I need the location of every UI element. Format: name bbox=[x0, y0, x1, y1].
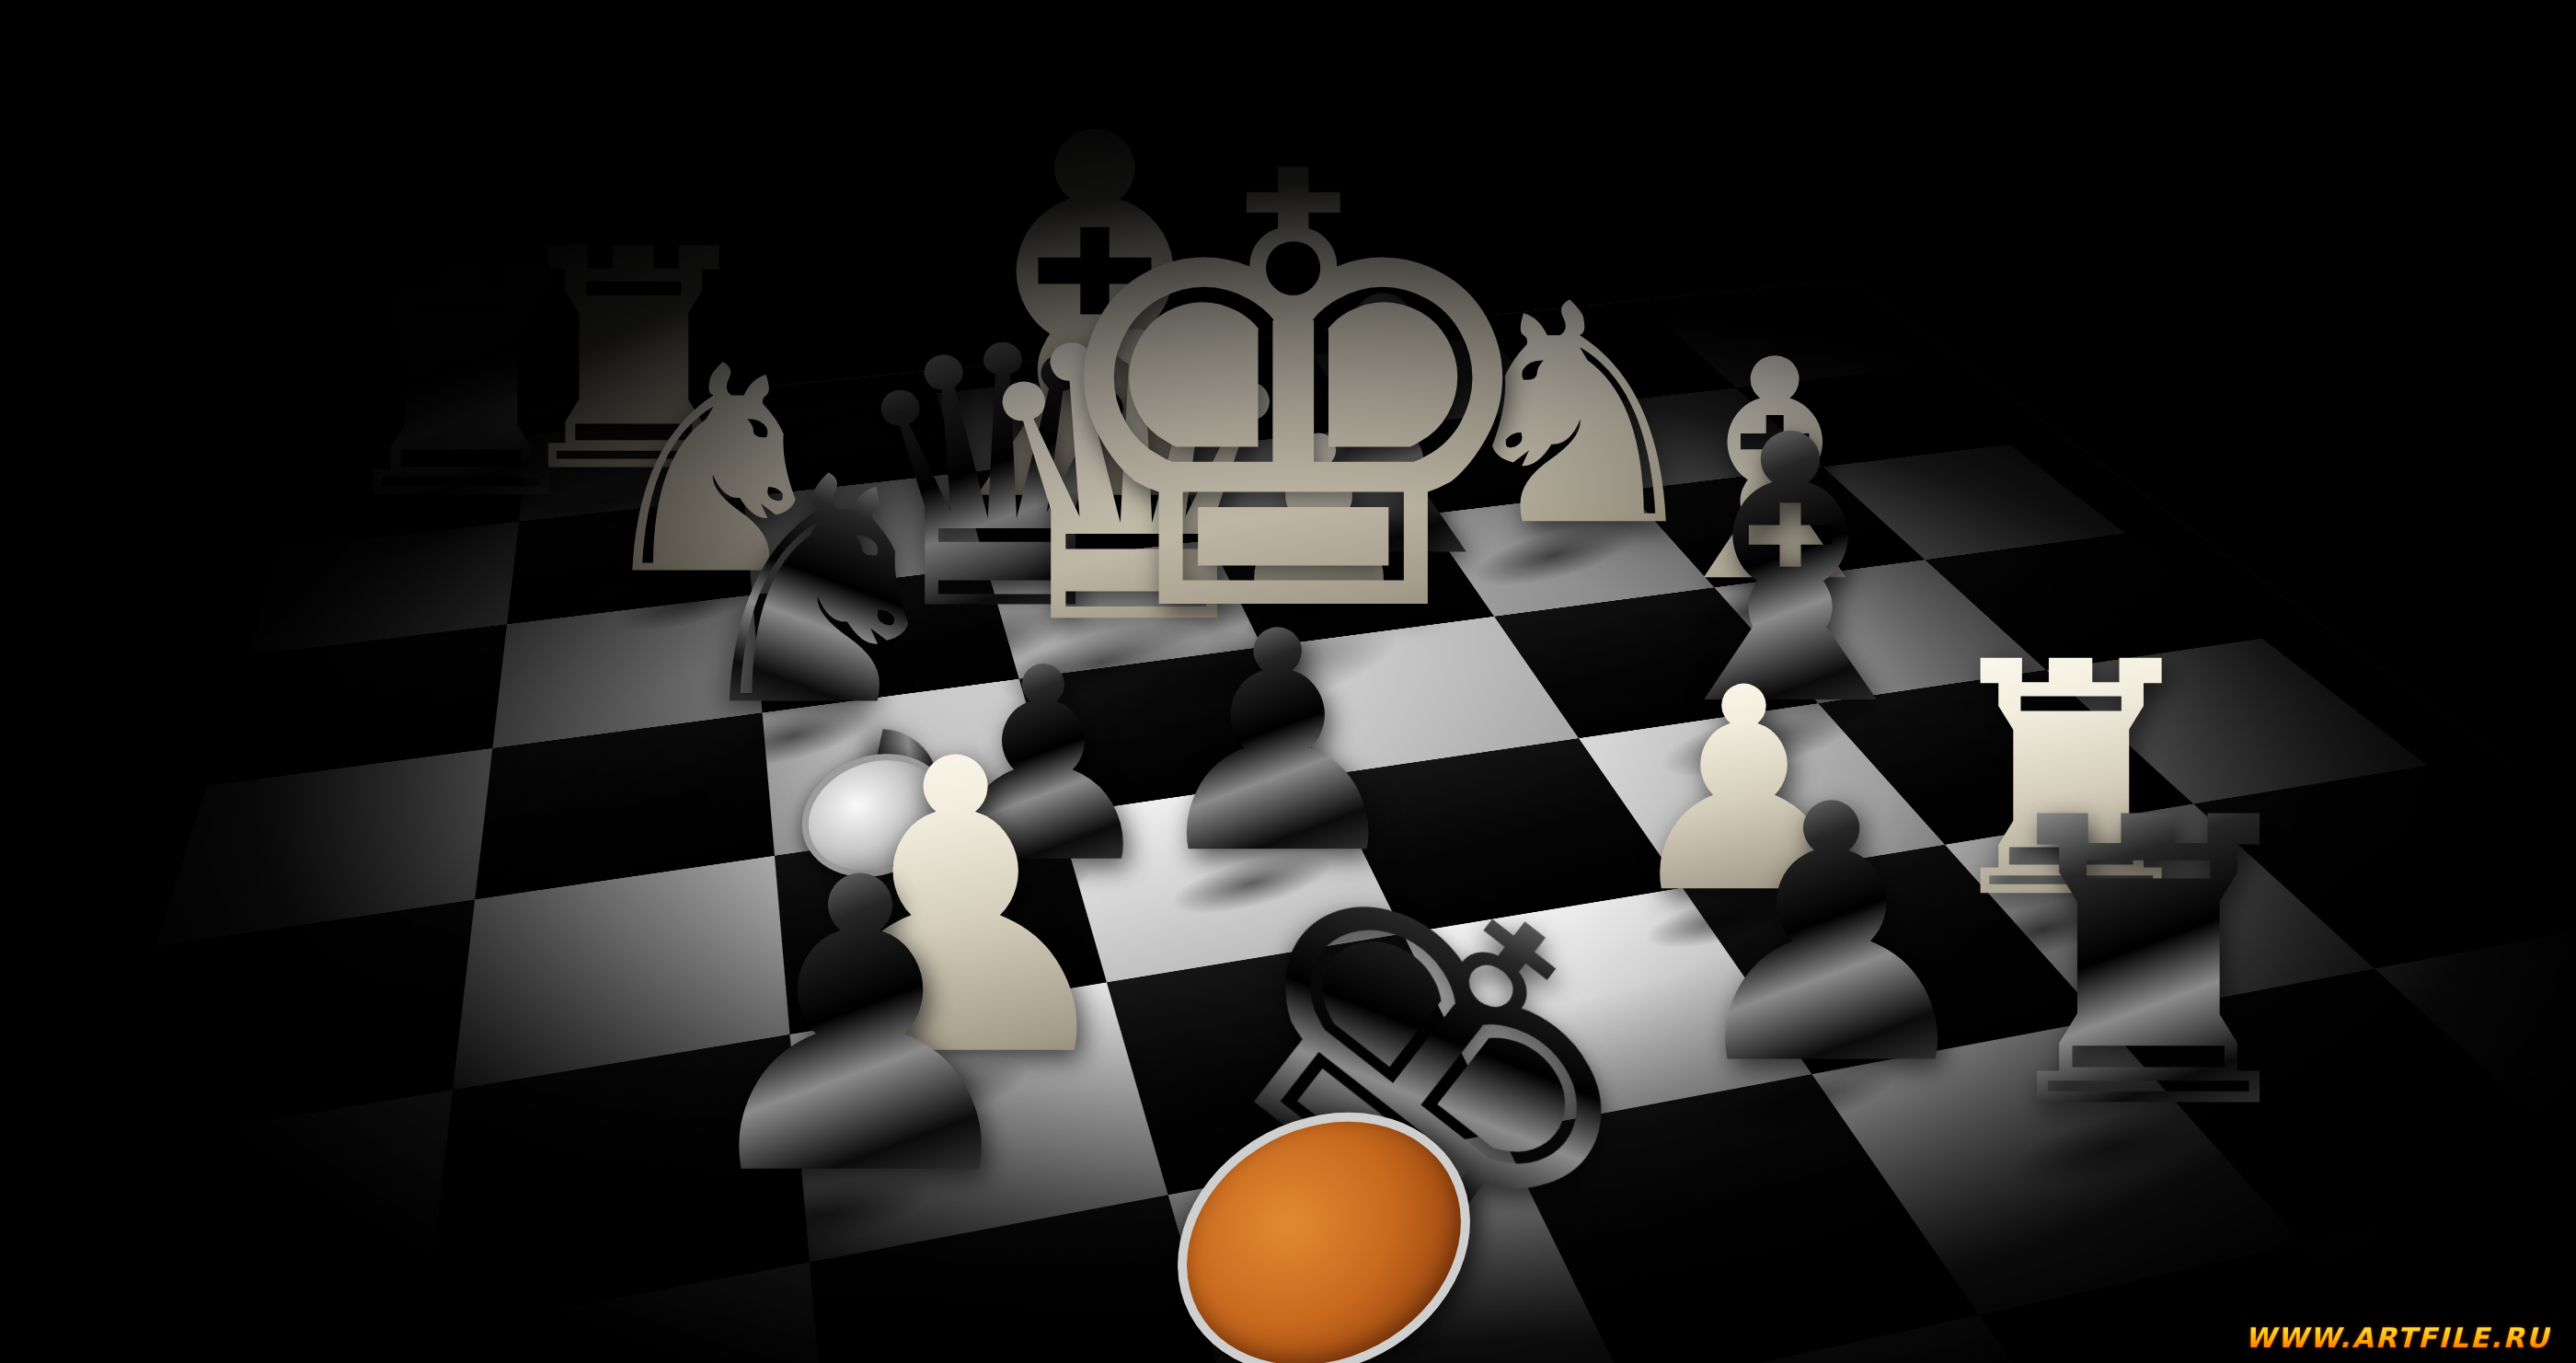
chess-render-stage: ♜♜♞♞♛♛♝♚♝♟♞♝♝♟♜♟♜♟♟♟♟♟♚ WWW.ARTFILE.RU bbox=[0, 0, 2576, 1363]
black-rook[interactable]: ♜ bbox=[321, 228, 602, 541]
watermark-text: WWW.ARTFILE.RU bbox=[2245, 1322, 2550, 1354]
black-rook[interactable]: ♜ bbox=[1971, 767, 2326, 1162]
black-pawn[interactable]: ♟ bbox=[1673, 760, 1990, 1115]
pieces-layer: ♜♜♞♞♛♛♝♚♝♟♞♝♝♟♜♟♜♟♟♟♟♟♚ bbox=[0, 0, 2576, 1363]
black-pawn[interactable]: ♟ bbox=[679, 826, 1041, 1230]
